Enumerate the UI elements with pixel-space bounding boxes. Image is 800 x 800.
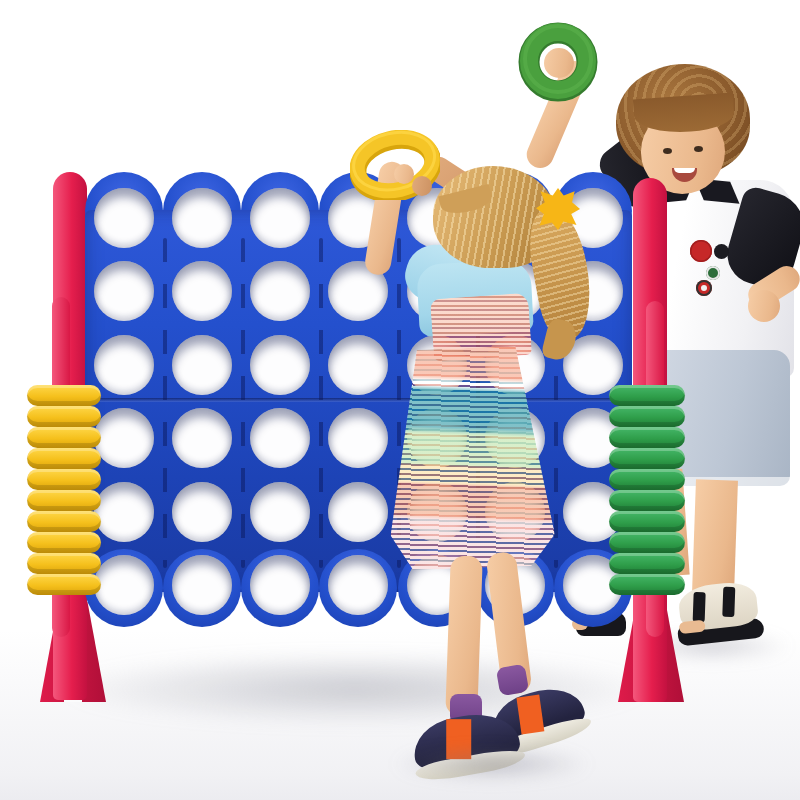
yellow-ring[interactable] (27, 553, 101, 574)
yellow-ring[interactable] (27, 532, 101, 553)
board-cell-r4-c3[interactable] (250, 408, 310, 468)
girl-hand-on-ring (412, 176, 432, 196)
board-cell-r5-c4[interactable] (328, 482, 388, 542)
boy-right-sandal (673, 580, 765, 649)
column-rib (241, 238, 245, 568)
green-ring[interactable] (609, 511, 685, 532)
green-ring[interactable] (609, 532, 685, 553)
board-cell-r4-c1[interactable] (94, 408, 154, 468)
board-cell-r3-c2[interactable] (172, 335, 232, 395)
green-ring[interactable] (609, 406, 685, 427)
board-cell-r5-c2[interactable] (172, 482, 232, 542)
board-cell-r6-c2[interactable] (172, 555, 232, 615)
yellow-ring[interactable] (27, 406, 101, 427)
sandal-strap (722, 587, 735, 617)
board-cell-r3-c1[interactable] (94, 335, 154, 395)
board-cell-r6-c1[interactable] (94, 555, 154, 615)
board-cell-r2-c1[interactable] (94, 261, 154, 321)
column-rib (163, 238, 167, 568)
girl-back-sock (496, 664, 529, 697)
yellow-ring[interactable] (27, 427, 101, 448)
board-cell-r1-c2[interactable] (172, 188, 232, 248)
polo-badge-green (706, 266, 720, 280)
green-ring[interactable] (609, 553, 685, 574)
yellow-ring[interactable] (27, 385, 101, 406)
yellow-ring[interactable] (27, 469, 101, 490)
green-ring[interactable] (609, 427, 685, 448)
board-cell-r6-c4[interactable] (328, 555, 388, 615)
green-ring[interactable] (609, 469, 685, 490)
yellow-ring[interactable] (27, 448, 101, 469)
polo-badge-target (696, 280, 712, 296)
board-cell-r5-c3[interactable] (250, 482, 310, 542)
polo-badge-black (714, 244, 729, 259)
yellow-ring[interactable] (27, 511, 101, 532)
girl-shadow (392, 748, 592, 780)
column-rib (319, 238, 323, 568)
board-cell-r4-c4[interactable] (328, 408, 388, 468)
board-cell-r2-c2[interactable] (172, 261, 232, 321)
board-cell-r1-c3[interactable] (250, 188, 310, 248)
board-cell-r6-c3[interactable] (250, 555, 310, 615)
board-cell-r3-c3[interactable] (250, 335, 310, 395)
board-cell-r5-c1[interactable] (94, 482, 154, 542)
green-ring[interactable] (609, 574, 685, 595)
board-middle-seam (89, 398, 628, 402)
scene (0, 0, 800, 800)
polo-badge-red (690, 240, 712, 262)
boy-hand-on-ring (544, 48, 574, 78)
boy-eye (663, 148, 672, 154)
girl-hand-on-ring (394, 164, 414, 184)
board-cell-r1-c1[interactable] (94, 188, 154, 248)
green-ring-stack (609, 385, 685, 595)
girl-hair-flower-clip (536, 188, 580, 230)
boy-eye (694, 146, 703, 152)
board-cell-r4-c2[interactable] (172, 408, 232, 468)
girl-front-leg (445, 555, 483, 716)
sandal-strap (693, 592, 706, 622)
boy-right-leg (692, 479, 738, 594)
yellow-ring[interactable] (27, 490, 101, 511)
board-cell-r3-c4[interactable] (328, 335, 388, 395)
yellow-ring[interactable] (27, 574, 101, 595)
yellow-ring-stack (27, 385, 101, 595)
board-cell-r2-c3[interactable] (250, 261, 310, 321)
boy-left-fist (748, 290, 780, 322)
green-ring[interactable] (609, 448, 685, 469)
green-ring[interactable] (609, 385, 685, 406)
green-ring[interactable] (609, 490, 685, 511)
